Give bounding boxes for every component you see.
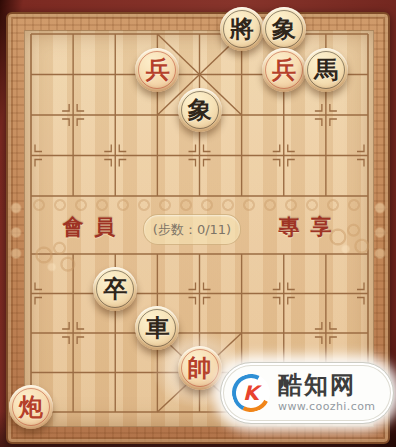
piece-black-general[interactable]: 將 bbox=[220, 7, 264, 51]
frame-scroll-ornament-left bbox=[9, 194, 23, 264]
piece-character: 卒 bbox=[103, 267, 127, 311]
piece-character: 兵 bbox=[145, 48, 169, 92]
piece-character: 象 bbox=[272, 7, 296, 51]
piece-character: 炮 bbox=[19, 385, 43, 429]
piece-character: 兵 bbox=[272, 48, 296, 92]
piece-black-horse[interactable]: 馬 bbox=[304, 48, 348, 92]
watermark-site-name: 酷知网 bbox=[278, 373, 375, 398]
logo-letter: K bbox=[243, 381, 259, 405]
river-left-label: 會員 bbox=[52, 213, 127, 241]
piece-red-general[interactable]: 帥 bbox=[178, 346, 222, 390]
watermark-text: 酷知网 www.coozhi.com bbox=[278, 373, 375, 412]
move-counter-pill: (步数：0/11) bbox=[143, 214, 241, 245]
river-right-label: 專享 bbox=[268, 213, 343, 241]
piece-character: 馬 bbox=[314, 48, 338, 92]
piece-black-elephant[interactable]: 象 bbox=[262, 7, 306, 51]
piece-black-elephant[interactable]: 象 bbox=[178, 88, 222, 132]
piece-character: 象 bbox=[188, 88, 212, 132]
coozhi-logo-icon: K bbox=[227, 369, 275, 417]
floral-ornament-left bbox=[31, 237, 77, 277]
piece-red-cannon[interactable]: 炮 bbox=[9, 385, 53, 429]
xiangqi-app-screen: 會員 (步数：0/11) 專享 將象兵兵馬象卒車帥炮 K 酷知网 www.coo… bbox=[0, 0, 396, 447]
piece-black-soldier[interactable]: 卒 bbox=[93, 267, 137, 311]
piece-red-soldier[interactable]: 兵 bbox=[262, 48, 306, 92]
piece-character: 車 bbox=[145, 306, 169, 350]
river-scroll-frieze bbox=[31, 197, 367, 213]
frame-scroll-ornament-right bbox=[373, 194, 387, 264]
piece-character: 帥 bbox=[188, 346, 212, 390]
piece-character: 將 bbox=[230, 7, 254, 51]
watermark: K 酷知网 www.coozhi.com bbox=[220, 362, 394, 424]
watermark-site-url: www.coozhi.com bbox=[278, 400, 375, 413]
piece-red-soldier[interactable]: 兵 bbox=[135, 48, 179, 92]
